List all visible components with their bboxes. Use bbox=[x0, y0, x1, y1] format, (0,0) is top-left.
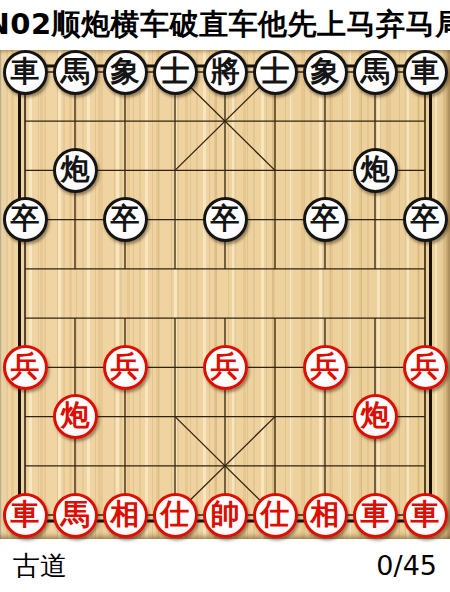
piece-black-elephant[interactable]: 象 bbox=[103, 50, 148, 95]
piece-black-chariot[interactable]: 車 bbox=[403, 50, 448, 95]
piece-glyph: 相 bbox=[311, 500, 340, 529]
piece-glyph: 象 bbox=[311, 57, 340, 86]
piece-glyph: 馬 bbox=[361, 57, 390, 86]
piece-glyph: 卒 bbox=[111, 204, 140, 233]
piece-glyph: 馬 bbox=[61, 57, 90, 86]
piece-glyph: 將 bbox=[211, 57, 240, 86]
piece-red-soldier[interactable]: 兵 bbox=[203, 345, 248, 390]
piece-glyph: 士 bbox=[161, 57, 190, 86]
piece-black-soldier[interactable]: 卒 bbox=[303, 197, 348, 242]
piece-glyph: 兵 bbox=[311, 352, 340, 381]
piece-black-advisor[interactable]: 士 bbox=[153, 50, 198, 95]
piece-red-chariot[interactable]: 車 bbox=[403, 493, 448, 538]
piece-red-soldier[interactable]: 兵 bbox=[3, 345, 48, 390]
piece-red-soldier[interactable]: 兵 bbox=[103, 345, 148, 390]
piece-red-elephant[interactable]: 相 bbox=[103, 493, 148, 538]
piece-red-elephant[interactable]: 相 bbox=[303, 493, 348, 538]
piece-glyph: 車 bbox=[11, 57, 40, 86]
piece-glyph: 車 bbox=[411, 57, 440, 86]
app-name-label: 古道 bbox=[13, 548, 67, 584]
piece-layer: 車馬象士將士象馬車炮炮卒卒卒卒卒兵兵兵兵兵炮炮車馬相仕帥仕相車車 bbox=[0, 50, 450, 539]
piece-red-advisor[interactable]: 仕 bbox=[153, 493, 198, 538]
piece-red-horse[interactable]: 馬 bbox=[53, 493, 98, 538]
piece-glyph: 仕 bbox=[261, 500, 290, 529]
piece-black-cannon[interactable]: 炮 bbox=[353, 148, 398, 193]
piece-glyph: 卒 bbox=[411, 204, 440, 233]
piece-glyph: 馬 bbox=[61, 500, 90, 529]
piece-red-soldier[interactable]: 兵 bbox=[403, 345, 448, 390]
piece-glyph: 卒 bbox=[311, 204, 340, 233]
piece-black-soldier[interactable]: 卒 bbox=[203, 197, 248, 242]
piece-glyph: 士 bbox=[261, 57, 290, 86]
piece-red-advisor[interactable]: 仕 bbox=[253, 493, 298, 538]
piece-glyph: 卒 bbox=[11, 204, 40, 233]
piece-glyph: 車 bbox=[361, 500, 390, 529]
piece-glyph: 炮 bbox=[361, 401, 390, 430]
piece-glyph: 車 bbox=[11, 500, 40, 529]
piece-black-soldier[interactable]: 卒 bbox=[403, 197, 448, 242]
piece-black-elephant[interactable]: 象 bbox=[303, 50, 348, 95]
piece-glyph: 炮 bbox=[361, 155, 390, 184]
piece-glyph: 兵 bbox=[411, 352, 440, 381]
piece-red-soldier[interactable]: 兵 bbox=[303, 345, 348, 390]
piece-glyph: 象 bbox=[111, 57, 140, 86]
piece-glyph: 炮 bbox=[61, 155, 90, 184]
piece-black-general[interactable]: 將 bbox=[203, 50, 248, 95]
puzzle-title: N02顺炮横车破直车他先上马弃马局 bbox=[0, 5, 450, 45]
piece-red-general[interactable]: 帥 bbox=[203, 493, 248, 538]
piece-black-horse[interactable]: 馬 bbox=[53, 50, 98, 95]
piece-black-cannon[interactable]: 炮 bbox=[53, 148, 98, 193]
title-bar: N02顺炮横车破直车他先上马弃马局 bbox=[0, 0, 450, 50]
piece-glyph: 兵 bbox=[211, 352, 240, 381]
xiangqi-board[interactable]: 車馬象士將士象馬車炮炮卒卒卒卒卒兵兵兵兵兵炮炮車馬相仕帥仕相車車 bbox=[0, 50, 450, 539]
piece-black-chariot[interactable]: 車 bbox=[3, 50, 48, 95]
piece-black-soldier[interactable]: 卒 bbox=[103, 197, 148, 242]
piece-glyph: 兵 bbox=[11, 352, 40, 381]
piece-black-advisor[interactable]: 士 bbox=[253, 50, 298, 95]
piece-glyph: 卒 bbox=[211, 204, 240, 233]
status-bar: 古道 0/45 bbox=[0, 539, 450, 592]
piece-glyph: 仕 bbox=[161, 500, 190, 529]
piece-glyph: 相 bbox=[111, 500, 140, 529]
piece-glyph: 車 bbox=[411, 500, 440, 529]
piece-red-chariot[interactable]: 車 bbox=[3, 493, 48, 538]
piece-black-soldier[interactable]: 卒 bbox=[3, 197, 48, 242]
piece-red-chariot[interactable]: 車 bbox=[353, 493, 398, 538]
piece-glyph: 兵 bbox=[111, 352, 140, 381]
xiangqi-app: N02顺炮横车破直车他先上马弃马局 車馬象士將士象馬車炮炮卒卒卒卒卒兵兵兵兵兵炮… bbox=[0, 0, 450, 592]
piece-glyph: 帥 bbox=[211, 500, 240, 529]
piece-red-cannon[interactable]: 炮 bbox=[53, 394, 98, 439]
piece-glyph: 炮 bbox=[61, 401, 90, 430]
move-counter: 0/45 bbox=[376, 550, 437, 581]
piece-red-cannon[interactable]: 炮 bbox=[353, 394, 398, 439]
piece-black-horse[interactable]: 馬 bbox=[353, 50, 398, 95]
